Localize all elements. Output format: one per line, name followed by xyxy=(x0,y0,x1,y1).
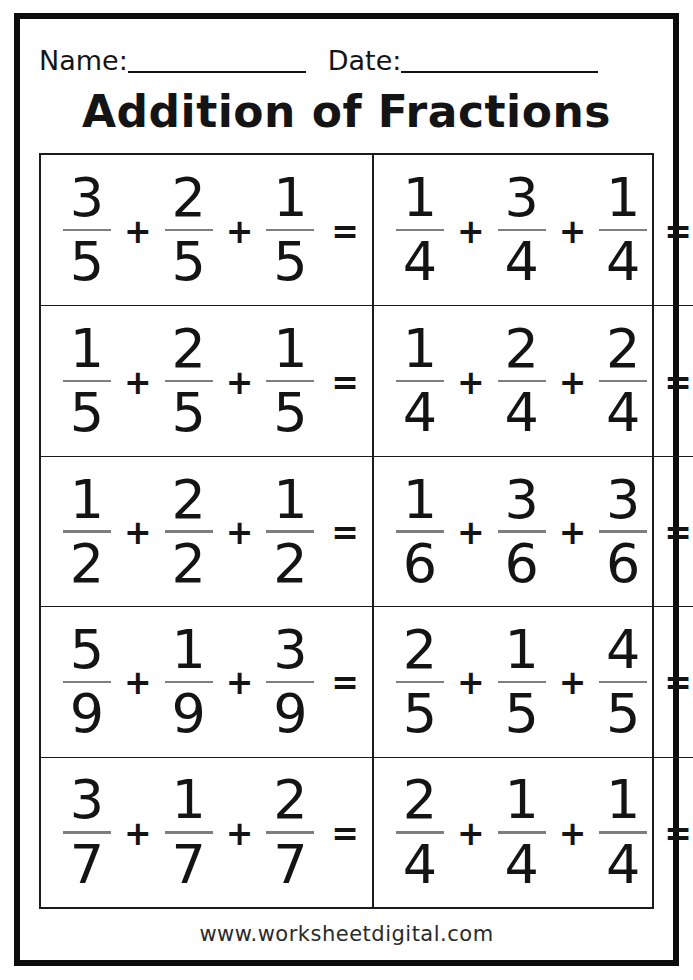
fraction: 24 xyxy=(599,324,647,438)
equals-sign: = xyxy=(664,814,692,853)
fraction: 19 xyxy=(165,625,213,739)
problem-cell: 14+24+24= xyxy=(374,305,693,455)
plus-sign: + xyxy=(559,513,587,552)
denominator: 4 xyxy=(504,237,538,287)
plus-sign: + xyxy=(457,212,485,251)
fraction: 22 xyxy=(165,475,213,589)
denominator: 5 xyxy=(273,388,307,438)
denominator: 2 xyxy=(171,539,205,589)
denominator: 6 xyxy=(403,539,437,589)
footer-url: www.worksheetdigital.com xyxy=(39,922,654,946)
numerator: 1 xyxy=(606,775,640,825)
fraction: 16 xyxy=(396,475,444,589)
denominator: 5 xyxy=(171,388,205,438)
fraction: 35 xyxy=(63,173,111,287)
problem-cell: 59+19+39= xyxy=(41,606,374,756)
denominator: 4 xyxy=(504,388,538,438)
equals-sign: = xyxy=(664,663,692,702)
numerator: 3 xyxy=(606,475,640,525)
equals-sign: = xyxy=(664,513,692,552)
plus-sign: + xyxy=(559,663,587,702)
fraction: 17 xyxy=(165,775,213,889)
plus-sign: + xyxy=(226,212,254,251)
equals-sign: = xyxy=(331,513,359,552)
numerator: 4 xyxy=(606,625,640,675)
fraction: 36 xyxy=(599,475,647,589)
date-label: Date: xyxy=(328,46,402,76)
fraction: 37 xyxy=(63,775,111,889)
denominator: 6 xyxy=(606,539,640,589)
fraction: 27 xyxy=(266,775,314,889)
problem-cell: 15+25+15= xyxy=(41,305,374,455)
numerator: 1 xyxy=(504,775,538,825)
problem-cell: 37+17+27= xyxy=(41,757,374,907)
numerator: 2 xyxy=(504,324,538,374)
numerator: 1 xyxy=(403,173,437,223)
numerator: 1 xyxy=(171,625,205,675)
fraction: 59 xyxy=(63,625,111,739)
denominator: 4 xyxy=(606,388,640,438)
date-input-line[interactable] xyxy=(401,65,598,73)
plus-sign: + xyxy=(559,814,587,853)
fraction: 24 xyxy=(498,324,546,438)
numerator: 1 xyxy=(403,324,437,374)
fraction: 25 xyxy=(396,625,444,739)
problem-cell: 24+14+14= xyxy=(374,757,693,907)
fraction: 14 xyxy=(396,173,444,287)
fraction: 45 xyxy=(599,625,647,739)
denominator: 9 xyxy=(171,689,205,739)
denominator: 4 xyxy=(403,840,437,890)
plus-sign: + xyxy=(226,513,254,552)
plus-sign: + xyxy=(124,363,152,402)
numerator: 1 xyxy=(273,324,307,374)
fraction: 34 xyxy=(498,173,546,287)
numerator: 2 xyxy=(403,775,437,825)
denominator: 7 xyxy=(171,840,205,890)
denominator: 4 xyxy=(606,840,640,890)
numerator: 3 xyxy=(504,173,538,223)
plus-sign: + xyxy=(457,363,485,402)
numerator: 1 xyxy=(273,475,307,525)
plus-sign: + xyxy=(559,212,587,251)
fraction: 12 xyxy=(63,475,111,589)
problem-cell: 35+25+15= xyxy=(41,155,374,305)
problems-grid: 35+25+15=14+34+14=15+25+15=14+24+24=12+2… xyxy=(39,153,654,909)
denominator: 7 xyxy=(273,840,307,890)
problem-cell: 14+34+14= xyxy=(374,155,693,305)
denominator: 5 xyxy=(273,237,307,287)
fraction: 12 xyxy=(266,475,314,589)
numerator: 5 xyxy=(70,625,104,675)
plus-sign: + xyxy=(124,663,152,702)
numerator: 2 xyxy=(403,625,437,675)
name-input-line[interactable] xyxy=(128,65,306,73)
numerator: 3 xyxy=(70,775,104,825)
denominator: 5 xyxy=(504,689,538,739)
plus-sign: + xyxy=(226,363,254,402)
numerator: 3 xyxy=(273,625,307,675)
plus-sign: + xyxy=(226,814,254,853)
equals-sign: = xyxy=(664,212,692,251)
equals-sign: = xyxy=(331,663,359,702)
denominator: 4 xyxy=(504,840,538,890)
numerator: 1 xyxy=(171,775,205,825)
worksheet-content: Name: Date: Addition of Fractions 35+25+… xyxy=(20,19,673,960)
numerator: 2 xyxy=(606,324,640,374)
fraction: 25 xyxy=(165,173,213,287)
denominator: 6 xyxy=(504,539,538,589)
numerator: 3 xyxy=(504,475,538,525)
numerator: 2 xyxy=(171,173,205,223)
denominator: 5 xyxy=(403,689,437,739)
numerator: 1 xyxy=(504,625,538,675)
numerator: 2 xyxy=(273,775,307,825)
name-date-row: Name: Date: xyxy=(39,36,654,76)
plus-sign: + xyxy=(124,814,152,853)
numerator: 1 xyxy=(70,475,104,525)
numerator: 1 xyxy=(273,173,307,223)
numerator: 1 xyxy=(403,475,437,525)
problem-cell: 16+36+36= xyxy=(374,456,693,606)
fraction: 14 xyxy=(599,173,647,287)
fraction: 36 xyxy=(498,475,546,589)
page-title: Addition of Fractions xyxy=(39,86,654,137)
fraction: 25 xyxy=(165,324,213,438)
equals-sign: = xyxy=(331,363,359,402)
plus-sign: + xyxy=(124,212,152,251)
denominator: 4 xyxy=(403,237,437,287)
denominator: 7 xyxy=(70,840,104,890)
fraction: 15 xyxy=(63,324,111,438)
worksheet-page: Name: Date: Addition of Fractions 35+25+… xyxy=(14,13,679,966)
denominator: 4 xyxy=(403,388,437,438)
numerator: 2 xyxy=(171,475,205,525)
denominator: 9 xyxy=(70,689,104,739)
problem-cell: 25+15+45= xyxy=(374,606,693,756)
denominator: 5 xyxy=(171,237,205,287)
denominator: 5 xyxy=(606,689,640,739)
fraction: 14 xyxy=(498,775,546,889)
denominator: 5 xyxy=(70,237,104,287)
denominator: 2 xyxy=(273,539,307,589)
name-label: Name: xyxy=(39,46,128,76)
equals-sign: = xyxy=(331,814,359,853)
fraction: 15 xyxy=(266,173,314,287)
denominator: 4 xyxy=(606,237,640,287)
plus-sign: + xyxy=(457,814,485,853)
plus-sign: + xyxy=(559,363,587,402)
fraction: 24 xyxy=(396,775,444,889)
fraction: 14 xyxy=(599,775,647,889)
plus-sign: + xyxy=(457,513,485,552)
equals-sign: = xyxy=(664,363,692,402)
plus-sign: + xyxy=(124,513,152,552)
denominator: 9 xyxy=(273,689,307,739)
numerator: 2 xyxy=(171,324,205,374)
fraction: 39 xyxy=(266,625,314,739)
problem-cell: 12+22+12= xyxy=(41,456,374,606)
numerator: 1 xyxy=(70,324,104,374)
fraction: 14 xyxy=(396,324,444,438)
fraction: 15 xyxy=(266,324,314,438)
numerator: 3 xyxy=(70,173,104,223)
plus-sign: + xyxy=(226,663,254,702)
plus-sign: + xyxy=(457,663,485,702)
denominator: 5 xyxy=(70,388,104,438)
denominator: 2 xyxy=(70,539,104,589)
fraction: 15 xyxy=(498,625,546,739)
equals-sign: = xyxy=(331,212,359,251)
numerator: 1 xyxy=(606,173,640,223)
